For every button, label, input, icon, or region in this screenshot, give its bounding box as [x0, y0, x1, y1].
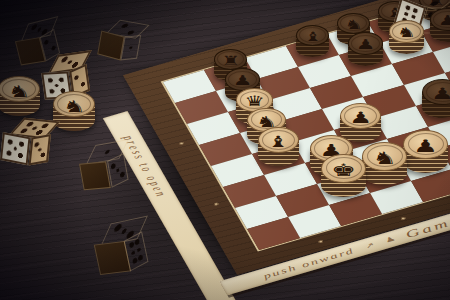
- piece-top: ♞: [389, 20, 424, 42]
- knight-symbol-icon: ♞: [390, 26, 423, 40]
- piece-top: ♟: [403, 130, 448, 158]
- chess-piece-black-pawn[interactable]: ♟: [422, 79, 450, 118]
- knight-symbol-icon: ♞: [0, 83, 39, 99]
- wooden-die-5[interactable]: [76, 140, 129, 193]
- piece-top: ♟: [348, 32, 383, 54]
- piece-top: ♝: [258, 127, 299, 153]
- piece-top: ♚: [321, 154, 366, 182]
- piece-top: ♞: [337, 13, 371, 34]
- king-symbol-icon: ♚: [322, 162, 365, 179]
- piece-top: ♟: [422, 79, 450, 105]
- die-face-front-5: [0, 132, 31, 166]
- arrow-icon: ↗: [363, 241, 376, 250]
- pawn-symbol-icon: ♟: [423, 86, 450, 102]
- queen-symbol-icon: ♛: [237, 94, 272, 108]
- pawn-symbol-icon: ♟: [341, 110, 380, 126]
- chess-piece-white-bishop[interactable]: ♝: [258, 127, 299, 166]
- die-face-right-3: [28, 134, 50, 166]
- pawn-symbol-icon: ♟: [349, 38, 382, 52]
- chess-piece-white-knight[interactable]: ♞: [362, 142, 407, 185]
- pawn-symbol-icon: ♟: [404, 138, 447, 155]
- chess-piece-white-pawn[interactable]: ♟: [403, 130, 448, 173]
- chess-piece-black-pawn[interactable]: ♟: [430, 8, 450, 42]
- pawn-symbol-icon: ♟: [226, 74, 259, 88]
- chess-piece-white-knight[interactable]: ♞: [0, 76, 40, 116]
- chess-piece-white-knight[interactable]: ♞: [389, 20, 424, 54]
- rook-symbol-icon: ♜: [215, 55, 247, 68]
- chess-piece-black-pawn[interactable]: ♟: [348, 32, 383, 66]
- knight-symbol-icon: ♞: [338, 19, 370, 32]
- die-face-right-1: [121, 35, 141, 60]
- wooden-die-6[interactable]: [89, 217, 151, 279]
- photo-scene: press to open push onward ↗ ♟ Game ♜♝♞♝♜…: [0, 0, 450, 300]
- piece-top: ♟: [340, 103, 381, 129]
- knight-symbol-icon: ♞: [363, 150, 406, 167]
- piece-top: ♜: [214, 49, 248, 70]
- bishop-symbol-icon: ♝: [259, 134, 298, 150]
- bishop-symbol-icon: ♝: [297, 31, 329, 44]
- knight-symbol-icon: ♞: [54, 98, 94, 114]
- chess-piece-white-knight[interactable]: ♞: [53, 91, 95, 131]
- wooden-die-4[interactable]: [0, 116, 52, 169]
- chess-piece-black-bishop[interactable]: ♝: [296, 25, 330, 57]
- piece-top: ♞: [362, 142, 407, 170]
- pawn-symbol-icon: ♟: [431, 14, 450, 28]
- piece-top: ♟: [430, 8, 450, 30]
- die-face-front-5: [80, 161, 112, 190]
- piece-top: ♞: [53, 91, 95, 117]
- pawn-engraving-icon: ♟: [383, 235, 397, 244]
- chess-piece-white-king[interactable]: ♚: [321, 154, 366, 197]
- wooden-die-2[interactable]: [97, 17, 143, 63]
- piece-top: ♝: [296, 25, 330, 46]
- piece-top: ♞: [0, 76, 40, 102]
